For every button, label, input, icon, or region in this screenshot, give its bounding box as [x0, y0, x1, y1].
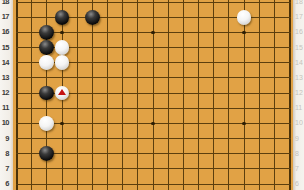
stone-black-c12 [39, 86, 54, 101]
stone-black-f17 [85, 10, 100, 25]
grid-hline-7 [16, 168, 291, 169]
last-move-triangle-marker [58, 89, 66, 95]
row-label-9: 9 [0, 135, 9, 143]
stone-white-d15 [55, 40, 70, 55]
stone-black-d17 [55, 10, 70, 25]
grid-hline-8 [16, 153, 291, 154]
row-label-18: 18 [0, 0, 9, 6]
grid-vline-B [31, 0, 32, 190]
stone-black-c15 [39, 40, 54, 55]
row-label-17: 17 [0, 13, 9, 21]
grid-vline-N [198, 0, 199, 190]
row-label-15: 15 [0, 44, 9, 52]
grid-vline-T [289, 0, 291, 190]
right-row-label-fragment-10: 10 [295, 119, 304, 127]
right-row-label-fragment-12: 12 [295, 89, 304, 97]
grid-vline-K [153, 0, 154, 190]
stone-white-d12 [55, 86, 70, 101]
star-point-d10 [60, 122, 63, 125]
right-row-label-fragment-17: 17 [295, 13, 304, 21]
grid-vline-G [107, 0, 108, 190]
stone-black-c8 [39, 146, 54, 161]
row-label-10: 10 [0, 119, 9, 127]
grid-hline-11 [16, 108, 291, 109]
grid-hline-18 [16, 2, 291, 3]
grid-hline-13 [16, 77, 291, 78]
stone-white-c10 [39, 116, 54, 131]
star-point-k16 [151, 31, 154, 34]
grid-vline-O [213, 0, 214, 190]
right-row-label-fragment-15: 15 [295, 44, 304, 52]
grid-vline-S [274, 0, 275, 190]
star-point-q10 [242, 122, 245, 125]
right-row-label-fragment-11: 11 [295, 104, 304, 112]
grid-vline-H [122, 0, 123, 190]
row-label-13: 13 [0, 74, 9, 82]
star-point-d16 [60, 31, 63, 34]
grid-hline-6 [16, 184, 291, 185]
grid-vline-J [137, 0, 138, 190]
star-point-q16 [242, 31, 245, 34]
grid-vline-A [16, 0, 18, 190]
right-row-label-fragment-8: 8 [295, 150, 304, 158]
grid-hline-9 [16, 138, 291, 139]
grid-vline-F [92, 0, 93, 190]
row-label-14: 14 [0, 59, 9, 67]
stone-white-c14 [39, 55, 54, 70]
right-edge-strip: 1817161514131211109876 [293, 0, 304, 190]
right-row-label-fragment-18: 18 [295, 0, 304, 6]
row-label-7: 7 [0, 165, 9, 173]
row-coordinate-strip: 1817161514131211109876 [0, 0, 13, 190]
right-row-label-fragment-13: 13 [295, 74, 304, 82]
grid-vline-Q [244, 0, 245, 190]
right-row-label-fragment-16: 16 [295, 28, 304, 36]
stone-white-q17 [237, 10, 252, 25]
grid-vline-P [228, 0, 229, 190]
row-label-8: 8 [0, 150, 9, 158]
grid-vline-L [168, 0, 169, 190]
row-label-12: 12 [0, 89, 9, 97]
row-label-11: 11 [0, 104, 9, 112]
right-row-label-fragment-6: 6 [295, 180, 304, 188]
right-row-label-fragment-14: 14 [295, 59, 304, 67]
right-row-label-fragment-9: 9 [295, 135, 304, 143]
star-point-k10 [151, 122, 154, 125]
stone-black-c16 [39, 25, 54, 40]
right-row-label-fragment-7: 7 [295, 165, 304, 173]
row-label-16: 16 [0, 28, 9, 36]
grid-vline-R [259, 0, 260, 190]
grid-vline-M [183, 0, 184, 190]
row-label-6: 6 [0, 180, 9, 188]
stone-white-d14 [55, 55, 70, 70]
go-board-viewer: 1817161514131211109876 18171615141312111… [0, 0, 304, 190]
grid-vline-E [77, 0, 78, 190]
go-board[interactable] [0, 0, 304, 190]
